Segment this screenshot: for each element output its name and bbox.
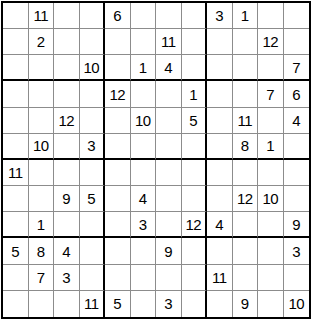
cell-empty-r2c9[interactable] bbox=[207, 29, 233, 55]
cell-empty-r11c8[interactable] bbox=[182, 265, 208, 291]
cell-empty-r12c1[interactable] bbox=[3, 291, 29, 317]
cell-empty-r7c4[interactable] bbox=[80, 160, 106, 186]
cell-empty-r10c5[interactable] bbox=[105, 238, 131, 264]
cell-empty-r3c1[interactable] bbox=[3, 55, 29, 81]
cell-given-r6c10[interactable]: 8 bbox=[233, 134, 259, 160]
cell-empty-r12c2[interactable] bbox=[29, 291, 55, 317]
cell-given-r1c9[interactable]: 3 bbox=[207, 3, 233, 29]
cell-given-r4c12[interactable]: 6 bbox=[284, 81, 310, 107]
cell-empty-r6c3[interactable] bbox=[54, 134, 80, 160]
cell-empty-r4c4[interactable] bbox=[80, 81, 106, 107]
cell-empty-r9c4[interactable] bbox=[80, 212, 106, 238]
cell-given-r5c12[interactable]: 4 bbox=[284, 108, 310, 134]
cell-given-r4c8[interactable]: 1 bbox=[182, 81, 208, 107]
cell-given-r6c11[interactable]: 1 bbox=[258, 134, 284, 160]
cell-empty-r1c11[interactable] bbox=[258, 3, 284, 29]
cell-given-r10c7[interactable]: 9 bbox=[156, 238, 182, 264]
cell-empty-r2c5[interactable] bbox=[105, 29, 131, 55]
cell-empty-r3c9[interactable] bbox=[207, 55, 233, 81]
cell-empty-r4c6[interactable] bbox=[131, 81, 157, 107]
cell-given-r9c6[interactable]: 3 bbox=[131, 212, 157, 238]
cell-empty-r3c5[interactable] bbox=[105, 55, 131, 81]
cell-given-r12c7[interactable]: 3 bbox=[156, 291, 182, 317]
cell-empty-r2c6[interactable] bbox=[131, 29, 157, 55]
cell-empty-r1c7[interactable] bbox=[156, 3, 182, 29]
cell-empty-r4c10[interactable] bbox=[233, 81, 259, 107]
cell-empty-r11c12[interactable] bbox=[284, 265, 310, 291]
cell-empty-r8c7[interactable] bbox=[156, 186, 182, 212]
cell-empty-r9c1[interactable] bbox=[3, 212, 29, 238]
cell-given-r10c3[interactable]: 4 bbox=[54, 238, 80, 264]
cell-given-r10c12[interactable]: 3 bbox=[284, 238, 310, 264]
cell-empty-r11c10[interactable] bbox=[233, 265, 259, 291]
cell-empty-r7c11[interactable] bbox=[258, 160, 284, 186]
cell-empty-r7c3[interactable] bbox=[54, 160, 80, 186]
cell-empty-r2c8[interactable] bbox=[182, 29, 208, 55]
cell-given-r6c2[interactable]: 10 bbox=[29, 134, 55, 160]
cell-empty-r2c3[interactable] bbox=[54, 29, 80, 55]
cell-empty-r9c11[interactable] bbox=[258, 212, 284, 238]
cell-empty-r7c5[interactable] bbox=[105, 160, 131, 186]
cell-given-r4c5[interactable]: 12 bbox=[105, 81, 131, 107]
cell-empty-r11c7[interactable] bbox=[156, 265, 182, 291]
cell-empty-r11c6[interactable] bbox=[131, 265, 157, 291]
cell-empty-r11c11[interactable] bbox=[258, 265, 284, 291]
cell-given-r9c9[interactable]: 4 bbox=[207, 212, 233, 238]
cell-given-r4c11[interactable]: 7 bbox=[258, 81, 284, 107]
cell-empty-r6c12[interactable] bbox=[284, 134, 310, 160]
cell-empty-r4c9[interactable] bbox=[207, 81, 233, 107]
cell-empty-r2c10[interactable] bbox=[233, 29, 259, 55]
cell-empty-r8c1[interactable] bbox=[3, 186, 29, 212]
cell-given-r7c1[interactable]: 11 bbox=[3, 160, 29, 186]
cell-empty-r6c1[interactable] bbox=[3, 134, 29, 160]
cell-empty-r7c6[interactable] bbox=[131, 160, 157, 186]
cell-given-r5c3[interactable]: 12 bbox=[54, 108, 80, 134]
cell-given-r8c4[interactable]: 5 bbox=[80, 186, 106, 212]
cell-empty-r10c4[interactable] bbox=[80, 238, 106, 264]
sudoku-board: 1163121112101471217612105114103811195412… bbox=[1, 1, 311, 319]
cell-empty-r2c12[interactable] bbox=[284, 29, 310, 55]
cell-given-r12c5[interactable]: 5 bbox=[105, 291, 131, 317]
cell-given-r1c2[interactable]: 11 bbox=[29, 3, 55, 29]
cell-empty-r2c1[interactable] bbox=[3, 29, 29, 55]
cell-given-r12c10[interactable]: 9 bbox=[233, 291, 259, 317]
cell-empty-r12c11[interactable] bbox=[258, 291, 284, 317]
cell-given-r1c10[interactable]: 1 bbox=[233, 3, 259, 29]
cell-given-r12c12[interactable]: 10 bbox=[284, 291, 310, 317]
cell-given-r8c3[interactable]: 9 bbox=[54, 186, 80, 212]
cell-given-r10c2[interactable]: 8 bbox=[29, 238, 55, 264]
cell-empty-r7c9[interactable] bbox=[207, 160, 233, 186]
cell-empty-r1c8[interactable] bbox=[182, 3, 208, 29]
cell-empty-r7c10[interactable] bbox=[233, 160, 259, 186]
cell-empty-r12c3[interactable] bbox=[54, 291, 80, 317]
cell-empty-r9c10[interactable] bbox=[233, 212, 259, 238]
puzzle-page: 1163121112101471217612105114103811195412… bbox=[0, 0, 312, 320]
cell-empty-r6c6[interactable] bbox=[131, 134, 157, 160]
cell-given-r11c9[interactable]: 11 bbox=[207, 265, 233, 291]
cell-empty-r4c3[interactable] bbox=[54, 81, 80, 107]
cell-empty-r3c2[interactable] bbox=[29, 55, 55, 81]
cell-empty-r5c11[interactable] bbox=[258, 108, 284, 134]
cell-given-r1c5[interactable]: 6 bbox=[105, 3, 131, 29]
cell-given-r5c8[interactable]: 5 bbox=[182, 108, 208, 134]
cell-given-r2c11[interactable]: 12 bbox=[258, 29, 284, 55]
cell-given-r3c12[interactable]: 7 bbox=[284, 55, 310, 81]
cell-empty-r10c6[interactable] bbox=[131, 238, 157, 264]
cell-empty-r10c9[interactable] bbox=[207, 238, 233, 264]
cell-given-r12c4[interactable]: 11 bbox=[80, 291, 106, 317]
cell-empty-r6c8[interactable] bbox=[182, 134, 208, 160]
cell-empty-r3c11[interactable] bbox=[258, 55, 284, 81]
cell-empty-r10c10[interactable] bbox=[233, 238, 259, 264]
cell-given-r8c6[interactable]: 4 bbox=[131, 186, 157, 212]
cell-empty-r7c8[interactable] bbox=[182, 160, 208, 186]
cell-empty-r6c9[interactable] bbox=[207, 134, 233, 160]
cell-given-r11c3[interactable]: 3 bbox=[54, 265, 80, 291]
cell-empty-r2c4[interactable] bbox=[80, 29, 106, 55]
cell-given-r10c1[interactable]: 5 bbox=[3, 238, 29, 264]
cell-given-r6c4[interactable]: 3 bbox=[80, 134, 106, 160]
cell-empty-r5c4[interactable] bbox=[80, 108, 106, 134]
cell-empty-r7c2[interactable] bbox=[29, 160, 55, 186]
cell-given-r9c8[interactable]: 12 bbox=[182, 212, 208, 238]
cell-empty-r1c6[interactable] bbox=[131, 3, 157, 29]
cell-given-r9c2[interactable]: 1 bbox=[29, 212, 55, 238]
cell-empty-r12c6[interactable] bbox=[131, 291, 157, 317]
cell-empty-r6c5[interactable] bbox=[105, 134, 131, 160]
cell-empty-r5c7[interactable] bbox=[156, 108, 182, 134]
cell-given-r5c10[interactable]: 11 bbox=[233, 108, 259, 134]
cell-empty-r12c8[interactable] bbox=[182, 291, 208, 317]
cell-empty-r8c5[interactable] bbox=[105, 186, 131, 212]
cell-empty-r8c8[interactable] bbox=[182, 186, 208, 212]
cell-given-r9c12[interactable]: 9 bbox=[284, 212, 310, 238]
cell-empty-r3c8[interactable] bbox=[182, 55, 208, 81]
cell-empty-r10c11[interactable] bbox=[258, 238, 284, 264]
cell-empty-r12c9[interactable] bbox=[207, 291, 233, 317]
cell-empty-r8c12[interactable] bbox=[284, 186, 310, 212]
cell-empty-r5c1[interactable] bbox=[3, 108, 29, 134]
cell-given-r2c7[interactable]: 11 bbox=[156, 29, 182, 55]
cell-empty-r3c10[interactable] bbox=[233, 55, 259, 81]
cell-empty-r7c7[interactable] bbox=[156, 160, 182, 186]
cell-empty-r8c2[interactable] bbox=[29, 186, 55, 212]
cell-given-r2c2[interactable]: 2 bbox=[29, 29, 55, 55]
cell-given-r5c6[interactable]: 10 bbox=[131, 108, 157, 134]
cell-given-r8c10[interactable]: 12 bbox=[233, 186, 259, 212]
cell-empty-r11c1[interactable] bbox=[3, 265, 29, 291]
cell-empty-r4c1[interactable] bbox=[3, 81, 29, 107]
cell-empty-r5c5[interactable] bbox=[105, 108, 131, 134]
cell-empty-r9c3[interactable] bbox=[54, 212, 80, 238]
cell-given-r11c2[interactable]: 7 bbox=[29, 265, 55, 291]
cell-empty-r9c7[interactable] bbox=[156, 212, 182, 238]
cell-empty-r4c2[interactable] bbox=[29, 81, 55, 107]
cell-empty-r8c9[interactable] bbox=[207, 186, 233, 212]
cell-empty-r5c2[interactable] bbox=[29, 108, 55, 134]
cell-given-r3c4[interactable]: 10 bbox=[80, 55, 106, 81]
cell-given-r3c6[interactable]: 1 bbox=[131, 55, 157, 81]
cell-empty-r1c4[interactable] bbox=[80, 3, 106, 29]
cell-empty-r1c3[interactable] bbox=[54, 3, 80, 29]
cell-empty-r11c4[interactable] bbox=[80, 265, 106, 291]
cell-given-r8c11[interactable]: 10 bbox=[258, 186, 284, 212]
cell-empty-r1c12[interactable] bbox=[284, 3, 310, 29]
cell-empty-r9c5[interactable] bbox=[105, 212, 131, 238]
cell-empty-r5c9[interactable] bbox=[207, 108, 233, 134]
cell-empty-r6c7[interactable] bbox=[156, 134, 182, 160]
cell-empty-r3c3[interactable] bbox=[54, 55, 80, 81]
cell-empty-r10c8[interactable] bbox=[182, 238, 208, 264]
cell-empty-r11c5[interactable] bbox=[105, 265, 131, 291]
cell-empty-r7c12[interactable] bbox=[284, 160, 310, 186]
cell-empty-r4c7[interactable] bbox=[156, 81, 182, 107]
cell-given-r3c7[interactable]: 4 bbox=[156, 55, 182, 81]
cell-empty-r1c1[interactable] bbox=[3, 3, 29, 29]
